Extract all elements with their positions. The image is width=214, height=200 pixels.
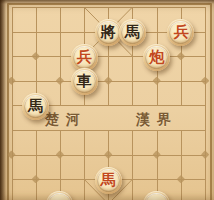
board-cell[interactable] — [182, 57, 206, 82]
board-cell[interactable] — [158, 82, 182, 107]
piece-red-horse[interactable]: 馬 — [95, 167, 122, 194]
piece-red-soldier[interactable]: 兵 — [71, 44, 98, 71]
piece-black-chariot[interactable]: 車 — [71, 68, 98, 95]
piece-face: 馬 — [24, 95, 47, 118]
board-cell[interactable] — [37, 33, 61, 58]
board-cell[interactable] — [13, 180, 37, 200]
piece-face: 兵 — [73, 46, 96, 69]
board-cell[interactable] — [13, 131, 37, 156]
board-cell[interactable] — [158, 156, 182, 181]
piece-character: 馬 — [101, 172, 116, 187]
board-cell[interactable] — [182, 180, 206, 200]
piece-face: 車 — [73, 70, 96, 93]
board-cell[interactable] — [37, 57, 61, 82]
board-cell[interactable] — [37, 8, 61, 33]
board-cell[interactable] — [182, 131, 206, 156]
piece-face: 炮 — [145, 46, 168, 69]
piece-black-horse[interactable]: 馬 — [22, 93, 49, 120]
board-edge-shadow-top — [0, 0, 214, 4]
board-cell[interactable] — [13, 8, 37, 33]
xiangqi-board: 楚河 漢界 將馬兵兵炮車馬馬 — [0, 0, 214, 200]
piece-character: 將 — [101, 25, 116, 40]
board-cell[interactable] — [85, 131, 109, 156]
piece-face: 馬 — [97, 169, 120, 192]
board-cell[interactable] — [109, 82, 133, 107]
board-cell[interactable] — [133, 131, 157, 156]
piece-face — [48, 193, 71, 200]
board-cell[interactable] — [182, 82, 206, 107]
board-cell[interactable] — [158, 131, 182, 156]
board-cell[interactable] — [133, 156, 157, 181]
piece-red-cannon[interactable]: 炮 — [143, 44, 170, 71]
piece-face: 將 — [97, 21, 120, 44]
piece-black-general[interactable]: 將 — [95, 19, 122, 46]
board-cell[interactable] — [109, 57, 133, 82]
piece-character: 馬 — [125, 25, 140, 40]
board-cell[interactable] — [133, 82, 157, 107]
board-cell[interactable] — [61, 131, 85, 156]
board-cell[interactable] — [85, 106, 109, 131]
board-cell[interactable] — [182, 156, 206, 181]
board-cell[interactable] — [37, 156, 61, 181]
piece-black-horse[interactable]: 馬 — [119, 19, 146, 46]
board-cell[interactable] — [13, 33, 37, 58]
board-edge-shadow-left — [0, 0, 6, 200]
board-cell[interactable] — [61, 8, 85, 33]
board-cell[interactable] — [61, 156, 85, 181]
piece-face: 兵 — [169, 21, 192, 44]
piece-face: 馬 — [121, 21, 144, 44]
board-cell[interactable] — [109, 106, 133, 131]
river-label-left: 楚河 — [45, 111, 87, 129]
piece-character: 馬 — [28, 98, 43, 113]
board-cell[interactable] — [109, 131, 133, 156]
board-cell[interactable] — [37, 131, 61, 156]
river-label-right: 漢界 — [136, 111, 178, 129]
board-cell[interactable] — [182, 106, 206, 131]
piece-face — [145, 193, 168, 200]
board-cell[interactable] — [13, 57, 37, 82]
board-cell[interactable] — [13, 156, 37, 181]
piece-character: 車 — [77, 74, 92, 89]
piece-character: 炮 — [149, 49, 164, 64]
piece-character: 兵 — [77, 49, 92, 64]
piece-character: 兵 — [173, 25, 188, 40]
